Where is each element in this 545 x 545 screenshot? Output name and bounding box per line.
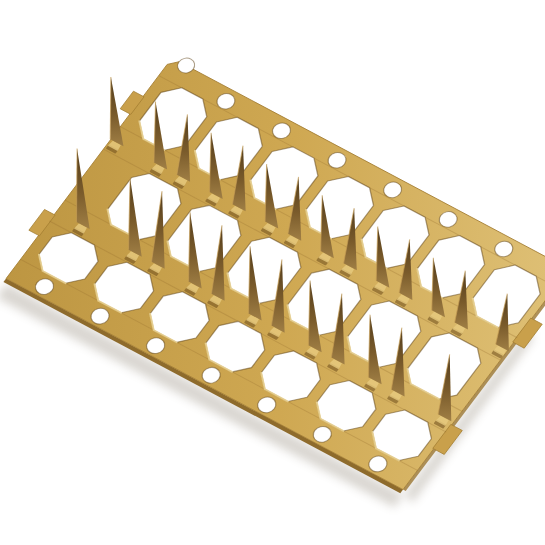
product-photo-canvas: Angled overhead product photo of a recta… — [0, 0, 545, 545]
spike-edge-highlight — [110, 77, 111, 139]
spike-edge-highlight — [76, 148, 77, 221]
spike-plate-photo — [0, 0, 545, 545]
